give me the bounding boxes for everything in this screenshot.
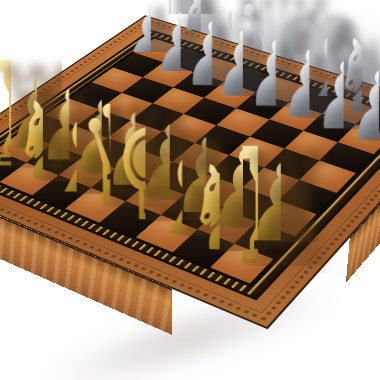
piece-silver-pawn-a7[interactable]: ♟ bbox=[122, 0, 151, 78]
piece-silver-pawn-e7[interactable]: ♟ bbox=[245, 29, 275, 120]
piece-gold-king-e1[interactable]: ♚ bbox=[110, 84, 145, 243]
piece-gold-bishop-f1[interactable]: ♝ bbox=[146, 121, 181, 255]
chess-case: ♜♞♝♛♚♝♞♜♟♟♟♟♟♟♟♟♟♟♟♟♟♟♟♟♜♞♝♛♚♝♞♜ bbox=[0, 15, 380, 329]
piece-gold-knight-g1[interactable]: ♞ bbox=[183, 143, 219, 268]
piece-silver-pawn-h7[interactable]: ♟ bbox=[347, 59, 379, 154]
scene: ♜♞♝♛♚♝♞♜♟♟♟♟♟♟♟♟♟♟♟♟♟♟♟♟♜♞♝♛♚♝♞♜ bbox=[0, 0, 380, 380]
chess-set-photo: Brass and nickel bust-style chess set at… bbox=[0, 0, 380, 380]
piece-gold-rook-h1[interactable]: ♜ bbox=[221, 127, 258, 288]
piece-gold-queen-d1[interactable]: ♛ bbox=[76, 82, 110, 228]
piece-gold-knight-b1[interactable]: ♞ bbox=[10, 82, 43, 197]
piece-gold-bishop-c1[interactable]: ♝ bbox=[42, 84, 76, 211]
